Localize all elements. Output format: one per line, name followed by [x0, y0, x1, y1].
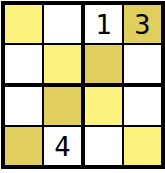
cell-r3c1[interactable] — [5, 87, 42, 125]
box-1-2: 13 — [85, 5, 161, 83]
cell-r2c3[interactable] — [85, 45, 122, 83]
cell-r2c1[interactable] — [5, 45, 42, 83]
cell-r2c2[interactable] — [44, 45, 81, 83]
cell-r1c3[interactable]: 1 — [85, 5, 122, 43]
box-2-1: 4 — [5, 87, 81, 165]
given-digit: 1 — [95, 11, 111, 38]
cell-r4c3[interactable] — [85, 127, 122, 165]
given-digit: 3 — [134, 11, 150, 38]
cell-r4c1[interactable] — [5, 127, 42, 165]
cell-r1c2[interactable] — [44, 5, 81, 43]
box-2-2 — [85, 87, 161, 165]
cell-r1c1[interactable] — [5, 5, 42, 43]
cell-r3c3[interactable] — [85, 87, 122, 125]
box-1-1 — [5, 5, 81, 83]
given-digit: 4 — [54, 133, 70, 160]
cell-r4c2[interactable]: 4 — [44, 127, 81, 165]
cell-r3c4[interactable] — [124, 87, 161, 125]
cell-r2c4[interactable] — [124, 45, 161, 83]
sudoku-board: 134 — [1, 1, 165, 169]
cell-r1c4[interactable]: 3 — [124, 5, 161, 43]
cell-r4c4[interactable] — [124, 127, 161, 165]
cell-r3c2[interactable] — [44, 87, 81, 125]
